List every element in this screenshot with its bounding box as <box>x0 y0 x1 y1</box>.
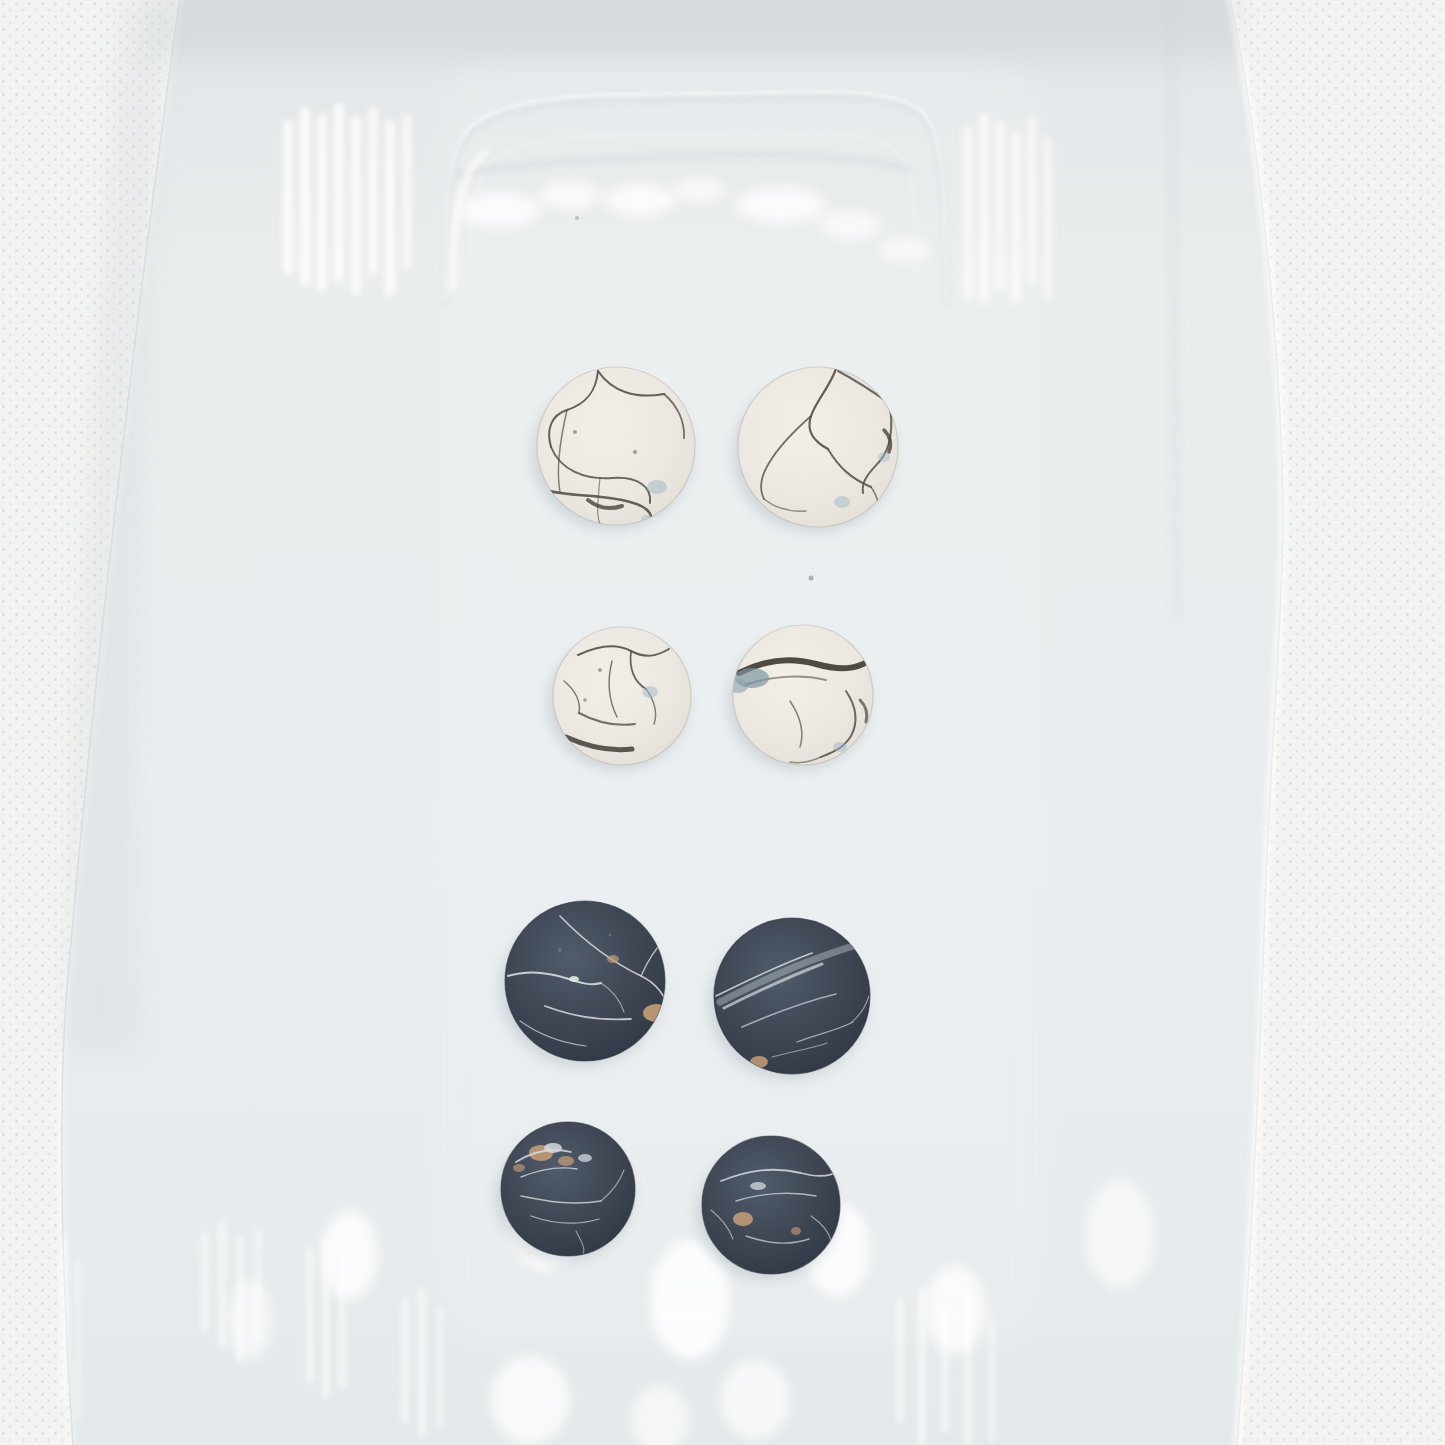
disc-dark-4-base <box>702 1136 840 1274</box>
disc-dark-3-base <box>501 1122 635 1256</box>
disc-white-4-base <box>733 625 873 765</box>
speck <box>809 576 814 581</box>
disc-white-2-base <box>738 367 898 527</box>
speck <box>575 216 579 220</box>
tray-top-shade <box>150 0 1240 60</box>
photo-stage <box>0 0 1445 1445</box>
disc-dark-1-base <box>505 901 665 1061</box>
scene <box>0 0 1445 1445</box>
